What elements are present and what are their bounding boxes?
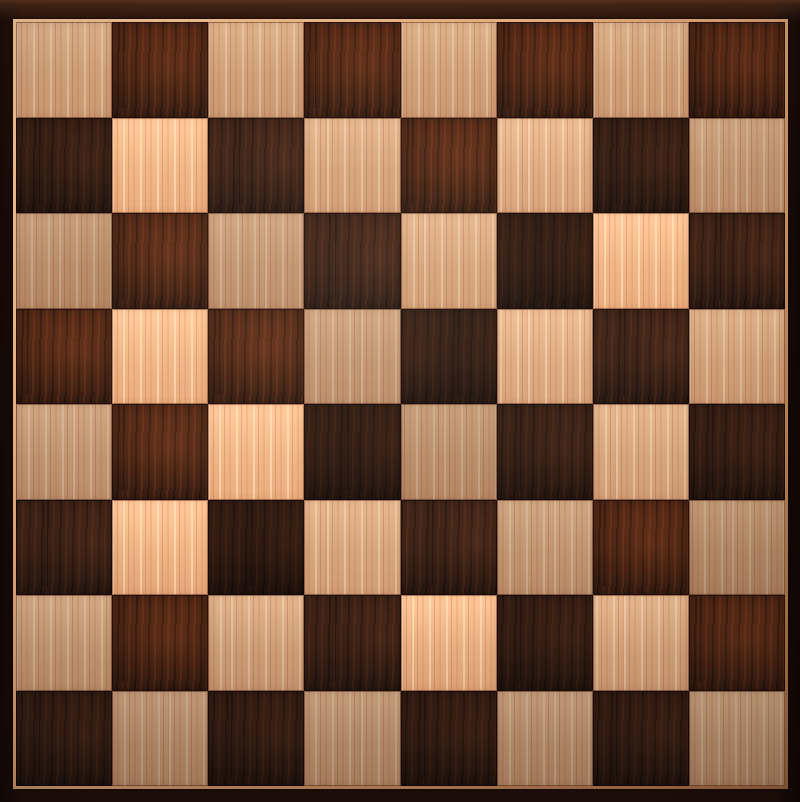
- square-f7[interactable]: [497, 118, 593, 214]
- square-h6[interactable]: [689, 213, 785, 309]
- square-g6[interactable]: [593, 213, 689, 309]
- square-e2[interactable]: [401, 595, 497, 691]
- square-a3[interactable]: [16, 500, 112, 596]
- square-d3[interactable]: [304, 500, 400, 596]
- square-b1[interactable]: [112, 691, 208, 787]
- square-h8[interactable]: [689, 22, 785, 118]
- square-e4[interactable]: [401, 404, 497, 500]
- square-f2[interactable]: [497, 595, 593, 691]
- square-e8[interactable]: [401, 22, 497, 118]
- square-c2[interactable]: [208, 595, 304, 691]
- square-c1[interactable]: [208, 691, 304, 787]
- square-b7[interactable]: [112, 118, 208, 214]
- square-b3[interactable]: [112, 500, 208, 596]
- square-a1[interactable]: [16, 691, 112, 787]
- square-h7[interactable]: [689, 118, 785, 214]
- square-d8[interactable]: [304, 22, 400, 118]
- square-d6[interactable]: [304, 213, 400, 309]
- square-f8[interactable]: [497, 22, 593, 118]
- square-e7[interactable]: [401, 118, 497, 214]
- square-b6[interactable]: [112, 213, 208, 309]
- square-c6[interactable]: [208, 213, 304, 309]
- square-d5[interactable]: [304, 309, 400, 405]
- square-e1[interactable]: [401, 691, 497, 787]
- square-a5[interactable]: [16, 309, 112, 405]
- square-g5[interactable]: [593, 309, 689, 405]
- square-d4[interactable]: [304, 404, 400, 500]
- square-f1[interactable]: [497, 691, 593, 787]
- square-h4[interactable]: [689, 404, 785, 500]
- square-h3[interactable]: [689, 500, 785, 596]
- square-f4[interactable]: [497, 404, 593, 500]
- square-h1[interactable]: [689, 691, 785, 787]
- square-a7[interactable]: [16, 118, 112, 214]
- square-g8[interactable]: [593, 22, 689, 118]
- chessboard-photo: [0, 0, 800, 802]
- square-c3[interactable]: [208, 500, 304, 596]
- square-a6[interactable]: [16, 213, 112, 309]
- square-a8[interactable]: [16, 22, 112, 118]
- square-c5[interactable]: [208, 309, 304, 405]
- square-a2[interactable]: [16, 595, 112, 691]
- square-b8[interactable]: [112, 22, 208, 118]
- square-g3[interactable]: [593, 500, 689, 596]
- square-e3[interactable]: [401, 500, 497, 596]
- square-c4[interactable]: [208, 404, 304, 500]
- square-e5[interactable]: [401, 309, 497, 405]
- square-c8[interactable]: [208, 22, 304, 118]
- square-d2[interactable]: [304, 595, 400, 691]
- square-f5[interactable]: [497, 309, 593, 405]
- square-g1[interactable]: [593, 691, 689, 787]
- chess-board: [16, 22, 785, 786]
- square-d1[interactable]: [304, 691, 400, 787]
- square-e6[interactable]: [401, 213, 497, 309]
- square-f6[interactable]: [497, 213, 593, 309]
- square-a4[interactable]: [16, 404, 112, 500]
- square-b2[interactable]: [112, 595, 208, 691]
- square-d7[interactable]: [304, 118, 400, 214]
- square-g4[interactable]: [593, 404, 689, 500]
- square-b4[interactable]: [112, 404, 208, 500]
- square-c7[interactable]: [208, 118, 304, 214]
- square-g2[interactable]: [593, 595, 689, 691]
- trim-inlay: [13, 19, 788, 789]
- square-b5[interactable]: [112, 309, 208, 405]
- square-h2[interactable]: [689, 595, 785, 691]
- square-f3[interactable]: [497, 500, 593, 596]
- square-g7[interactable]: [593, 118, 689, 214]
- square-h5[interactable]: [689, 309, 785, 405]
